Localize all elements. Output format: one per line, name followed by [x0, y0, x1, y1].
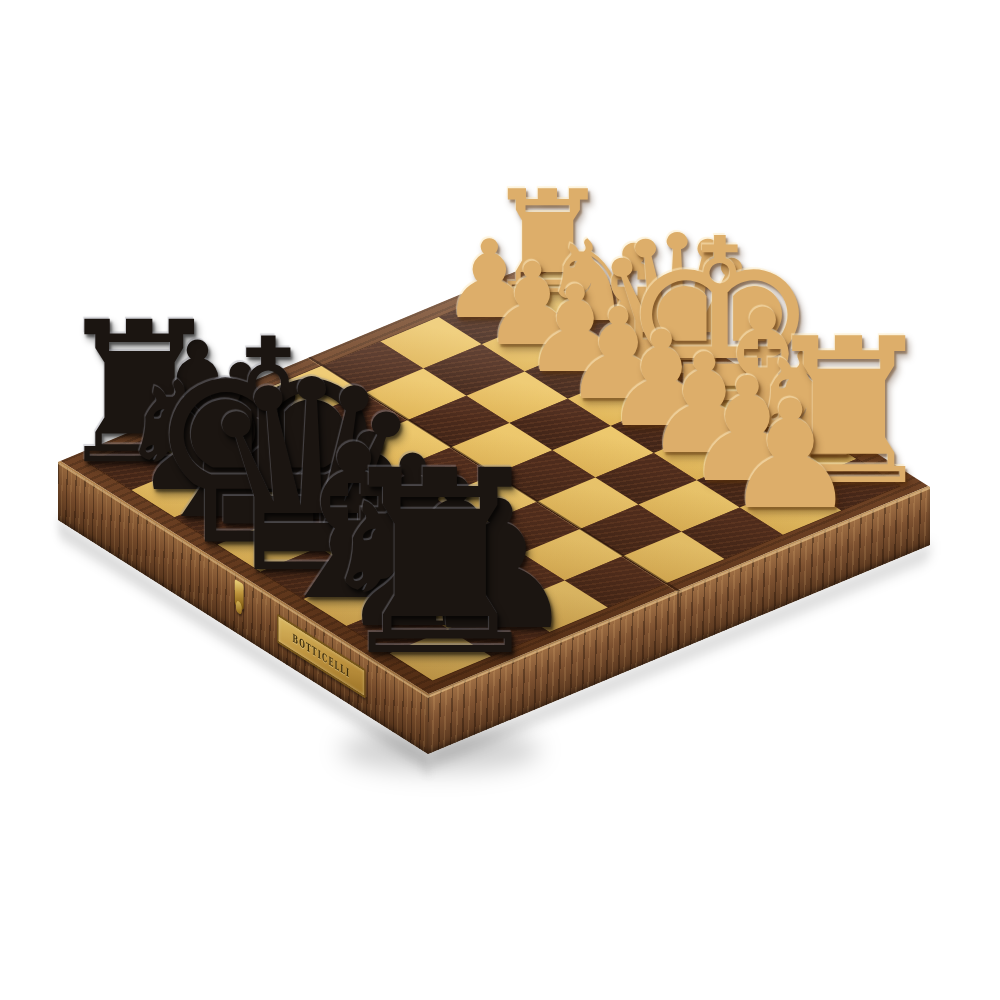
chess-set-photo: BOTTICELLI ♜♞♝♛♚♝♞♜♟♟♟♟♟♟♟♟♟♟♟♟♟♟♟♟♜♞♝♚♛… [0, 0, 1000, 1000]
piece-bR-h8[interactable]: ♜ [326, 436, 554, 690]
fold-seam-side [677, 591, 679, 650]
piece-wP-h2[interactable]: ♟ [723, 380, 857, 530]
